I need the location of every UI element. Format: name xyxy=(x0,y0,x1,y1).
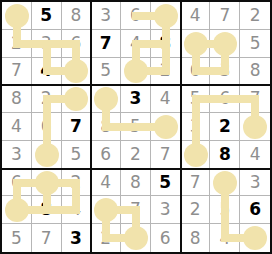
highlight-circle-r7c2 xyxy=(35,171,59,195)
highlight-circle-r6c2 xyxy=(35,143,59,167)
highlight-circle-r2c8 xyxy=(213,32,237,56)
highlight-circle-r7c8 xyxy=(213,171,237,195)
link-segment xyxy=(43,206,81,214)
highlight-circle-r2c7 xyxy=(184,32,208,56)
highlight-circle-r1c6 xyxy=(154,4,178,28)
highlight-circle-r4c4 xyxy=(94,87,118,111)
highlight-circle-r8c1 xyxy=(5,198,29,222)
highlight-circle-r5c9 xyxy=(243,115,267,139)
highlight-circle-r4c3 xyxy=(64,87,88,111)
highlight-circle-r8c4 xyxy=(94,198,118,222)
sudoku-board: 1583694722367489157495126388219345674678… xyxy=(0,0,272,254)
highlight-circle-r5c6 xyxy=(154,115,178,139)
highlight-circle-r6c7 xyxy=(184,143,208,167)
highlight-circle-r9c5 xyxy=(124,226,148,250)
highlight-overlay xyxy=(2,2,270,252)
highlight-circle-r1c1 xyxy=(5,4,29,28)
highlight-circle-r3c3 xyxy=(64,59,88,83)
highlight-circle-r3c5 xyxy=(124,59,148,83)
highlight-circle-r9c9 xyxy=(243,226,267,250)
